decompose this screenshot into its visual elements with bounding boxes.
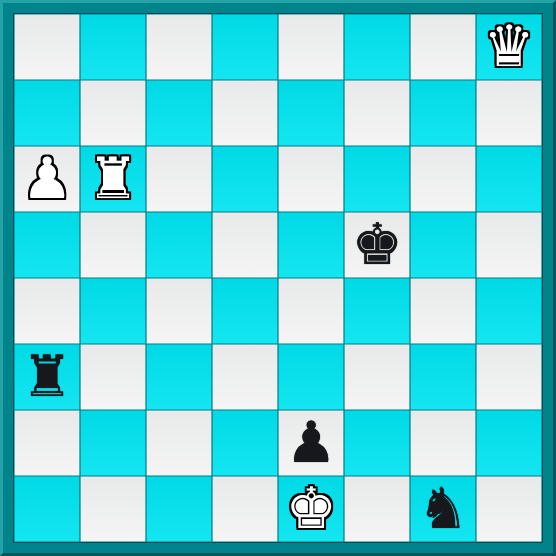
square-b7[interactable] xyxy=(80,80,146,146)
square-g7[interactable] xyxy=(410,80,476,146)
square-d4[interactable] xyxy=(212,278,278,344)
square-f5[interactable]: ♚ xyxy=(344,212,410,278)
square-e4[interactable] xyxy=(278,278,344,344)
square-f1[interactable] xyxy=(344,476,410,542)
square-a5[interactable] xyxy=(14,212,80,278)
square-c2[interactable] xyxy=(146,410,212,476)
square-h2[interactable] xyxy=(476,410,542,476)
square-e3[interactable] xyxy=(278,344,344,410)
square-f2[interactable] xyxy=(344,410,410,476)
square-d8[interactable] xyxy=(212,14,278,80)
square-c3[interactable] xyxy=(146,344,212,410)
square-b4[interactable] xyxy=(80,278,146,344)
square-d7[interactable] xyxy=(212,80,278,146)
square-f3[interactable] xyxy=(344,344,410,410)
square-g6[interactable] xyxy=(410,146,476,212)
square-e8[interactable] xyxy=(278,14,344,80)
square-e1[interactable]: ♚ xyxy=(278,476,344,542)
square-e5[interactable] xyxy=(278,212,344,278)
square-e2[interactable]: ♟ xyxy=(278,410,344,476)
square-a7[interactable] xyxy=(14,80,80,146)
square-f6[interactable] xyxy=(344,146,410,212)
square-c6[interactable] xyxy=(146,146,212,212)
square-d1[interactable] xyxy=(212,476,278,542)
white-rook[interactable]: ♜ xyxy=(87,150,138,207)
chess-board-frame: ♛♟♜♚♜♟♚♞ xyxy=(0,0,556,556)
square-e7[interactable] xyxy=(278,80,344,146)
square-e6[interactable] xyxy=(278,146,344,212)
square-b1[interactable] xyxy=(80,476,146,542)
square-g3[interactable] xyxy=(410,344,476,410)
square-h8[interactable]: ♛ xyxy=(476,14,542,80)
square-c1[interactable] xyxy=(146,476,212,542)
square-d2[interactable] xyxy=(212,410,278,476)
square-h6[interactable] xyxy=(476,146,542,212)
black-king[interactable]: ♚ xyxy=(351,216,402,273)
square-f7[interactable] xyxy=(344,80,410,146)
square-b5[interactable] xyxy=(80,212,146,278)
square-h3[interactable] xyxy=(476,344,542,410)
square-g4[interactable] xyxy=(410,278,476,344)
square-h1[interactable] xyxy=(476,476,542,542)
square-c7[interactable] xyxy=(146,80,212,146)
square-g2[interactable] xyxy=(410,410,476,476)
chess-board: ♛♟♜♚♜♟♚♞ xyxy=(14,14,542,542)
square-g5[interactable] xyxy=(410,212,476,278)
black-knight[interactable]: ♞ xyxy=(417,480,468,537)
square-f4[interactable] xyxy=(344,278,410,344)
square-c5[interactable] xyxy=(146,212,212,278)
square-f8[interactable] xyxy=(344,14,410,80)
square-a3[interactable]: ♜ xyxy=(14,344,80,410)
square-h4[interactable] xyxy=(476,278,542,344)
square-c4[interactable] xyxy=(146,278,212,344)
square-d5[interactable] xyxy=(212,212,278,278)
black-rook[interactable]: ♜ xyxy=(21,348,72,405)
square-b6[interactable]: ♜ xyxy=(80,146,146,212)
white-pawn[interactable]: ♟ xyxy=(21,150,72,207)
square-b2[interactable] xyxy=(80,410,146,476)
square-c8[interactable] xyxy=(146,14,212,80)
square-g1[interactable]: ♞ xyxy=(410,476,476,542)
square-a2[interactable] xyxy=(14,410,80,476)
square-d6[interactable] xyxy=(212,146,278,212)
square-b8[interactable] xyxy=(80,14,146,80)
square-b3[interactable] xyxy=(80,344,146,410)
square-h5[interactable] xyxy=(476,212,542,278)
square-a1[interactable] xyxy=(14,476,80,542)
square-a6[interactable]: ♟ xyxy=(14,146,80,212)
white-queen[interactable]: ♛ xyxy=(483,18,534,75)
square-g8[interactable] xyxy=(410,14,476,80)
black-pawn[interactable]: ♟ xyxy=(285,414,336,471)
square-a8[interactable] xyxy=(14,14,80,80)
white-king[interactable]: ♚ xyxy=(285,480,336,537)
square-h7[interactable] xyxy=(476,80,542,146)
square-a4[interactable] xyxy=(14,278,80,344)
square-d3[interactable] xyxy=(212,344,278,410)
